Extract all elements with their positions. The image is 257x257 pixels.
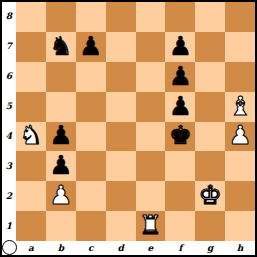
chess-diagram: 87654321 ♞♟♟♟♟♝♞♟♚♟♟♟♚♜ abcdefgh bbox=[0, 0, 257, 257]
square-e8[interactable] bbox=[136, 2, 166, 32]
square-e6[interactable] bbox=[136, 62, 166, 92]
black-pawn-f7[interactable]: ♟ bbox=[169, 33, 192, 59]
square-b6[interactable] bbox=[46, 62, 76, 92]
square-d6[interactable] bbox=[106, 62, 136, 92]
square-d3[interactable] bbox=[106, 151, 136, 181]
square-b7[interactable]: ♞ bbox=[46, 32, 76, 62]
file-label-f: f bbox=[165, 241, 195, 255]
black-pawn-c7[interactable]: ♟ bbox=[79, 33, 102, 59]
file-label-d: d bbox=[106, 241, 136, 255]
file-label-b: b bbox=[46, 241, 76, 255]
square-h3[interactable] bbox=[225, 151, 255, 181]
square-h2[interactable] bbox=[225, 181, 255, 211]
white-rook-e1[interactable]: ♜ bbox=[139, 212, 162, 238]
square-e1[interactable]: ♜ bbox=[136, 211, 166, 241]
square-e5[interactable] bbox=[136, 92, 166, 122]
black-pawn-f6[interactable]: ♟ bbox=[169, 63, 192, 89]
side-to-move-indicator bbox=[2, 240, 17, 255]
rank-label-3: 3 bbox=[2, 151, 16, 181]
square-c4[interactable] bbox=[76, 122, 106, 152]
square-a2[interactable] bbox=[16, 181, 46, 211]
square-c2[interactable] bbox=[76, 181, 106, 211]
square-c3[interactable] bbox=[76, 151, 106, 181]
white-pawn-h4[interactable]: ♟ bbox=[228, 122, 251, 148]
white-pawn-b2[interactable]: ♟ bbox=[49, 182, 72, 208]
file-labels: abcdefgh bbox=[16, 241, 255, 255]
square-d7[interactable] bbox=[106, 32, 136, 62]
square-d8[interactable] bbox=[106, 2, 136, 32]
square-b1[interactable] bbox=[46, 211, 76, 241]
square-g1[interactable] bbox=[195, 211, 225, 241]
square-d2[interactable] bbox=[106, 181, 136, 211]
rank-label-2: 2 bbox=[2, 181, 16, 211]
square-e7[interactable] bbox=[136, 32, 166, 62]
black-knight-b7[interactable]: ♞ bbox=[49, 33, 72, 59]
square-f4[interactable]: ♚ bbox=[165, 122, 195, 152]
square-a3[interactable] bbox=[16, 151, 46, 181]
rank-label-7: 7 bbox=[2, 32, 16, 62]
square-c6[interactable] bbox=[76, 62, 106, 92]
square-e3[interactable] bbox=[136, 151, 166, 181]
square-c5[interactable] bbox=[76, 92, 106, 122]
square-d1[interactable] bbox=[106, 211, 136, 241]
white-bishop-h5[interactable]: ♝ bbox=[228, 93, 251, 119]
square-h8[interactable] bbox=[225, 2, 255, 32]
square-g5[interactable] bbox=[195, 92, 225, 122]
black-king-f4[interactable]: ♚ bbox=[169, 122, 192, 148]
square-f5[interactable]: ♟ bbox=[165, 92, 195, 122]
square-g7[interactable] bbox=[195, 32, 225, 62]
square-f6[interactable]: ♟ bbox=[165, 62, 195, 92]
square-b3[interactable]: ♟ bbox=[46, 151, 76, 181]
square-f3[interactable] bbox=[165, 151, 195, 181]
square-a4[interactable]: ♞ bbox=[16, 122, 46, 152]
square-g8[interactable] bbox=[195, 2, 225, 32]
square-c7[interactable]: ♟ bbox=[76, 32, 106, 62]
rank-labels: 87654321 bbox=[2, 2, 16, 241]
black-pawn-f5[interactable]: ♟ bbox=[169, 93, 192, 119]
file-label-c: c bbox=[76, 241, 106, 255]
square-a6[interactable] bbox=[16, 62, 46, 92]
black-pawn-b3[interactable]: ♟ bbox=[49, 152, 72, 178]
square-f1[interactable] bbox=[165, 211, 195, 241]
square-f2[interactable] bbox=[165, 181, 195, 211]
square-c8[interactable] bbox=[76, 2, 106, 32]
square-b4[interactable]: ♟ bbox=[46, 122, 76, 152]
file-label-e: e bbox=[136, 241, 166, 255]
square-h7[interactable] bbox=[225, 32, 255, 62]
square-e2[interactable] bbox=[136, 181, 166, 211]
square-g4[interactable] bbox=[195, 122, 225, 152]
square-b2[interactable]: ♟ bbox=[46, 181, 76, 211]
white-knight-a4[interactable]: ♞ bbox=[19, 122, 42, 148]
square-e4[interactable] bbox=[136, 122, 166, 152]
square-c1[interactable] bbox=[76, 211, 106, 241]
square-h4[interactable]: ♟ bbox=[225, 122, 255, 152]
square-b5[interactable] bbox=[46, 92, 76, 122]
square-g2[interactable]: ♚ bbox=[195, 181, 225, 211]
rank-label-1: 1 bbox=[2, 211, 16, 241]
square-h1[interactable] bbox=[225, 211, 255, 241]
file-label-g: g bbox=[195, 241, 225, 255]
square-b8[interactable] bbox=[46, 2, 76, 32]
square-g6[interactable] bbox=[195, 62, 225, 92]
white-king-g2[interactable]: ♚ bbox=[199, 182, 222, 208]
square-h6[interactable] bbox=[225, 62, 255, 92]
square-a5[interactable] bbox=[16, 92, 46, 122]
rank-label-6: 6 bbox=[2, 62, 16, 92]
square-g3[interactable] bbox=[195, 151, 225, 181]
square-d4[interactable] bbox=[106, 122, 136, 152]
rank-label-5: 5 bbox=[2, 92, 16, 122]
rank-label-4: 4 bbox=[2, 122, 16, 152]
square-d5[interactable] bbox=[106, 92, 136, 122]
square-a7[interactable] bbox=[16, 32, 46, 62]
square-a8[interactable] bbox=[16, 2, 46, 32]
chess-board: ♞♟♟♟♟♝♞♟♚♟♟♟♚♜ bbox=[16, 2, 255, 241]
square-f7[interactable]: ♟ bbox=[165, 32, 195, 62]
square-a1[interactable] bbox=[16, 211, 46, 241]
black-pawn-b4[interactable]: ♟ bbox=[49, 122, 72, 148]
file-label-a: a bbox=[16, 241, 46, 255]
square-h5[interactable]: ♝ bbox=[225, 92, 255, 122]
rank-label-8: 8 bbox=[2, 2, 16, 32]
file-label-h: h bbox=[225, 241, 255, 255]
square-f8[interactable] bbox=[165, 2, 195, 32]
